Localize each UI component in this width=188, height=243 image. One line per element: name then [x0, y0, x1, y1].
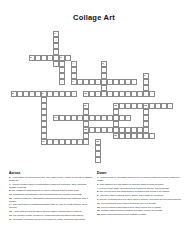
clue-item: 16. The surface quality created by combi…: [9, 214, 93, 217]
grid-cell[interactable]: [77, 139, 83, 145]
across-clues-column: Across 2. Avant-garde art movement of th…: [9, 171, 93, 221]
across-heading: Across: [9, 171, 93, 175]
clue-item-text: Avant-garde art movement of the early 20…: [9, 176, 92, 181]
clue-item: 9. Source of images and text often used …: [97, 198, 184, 201]
grid-cell[interactable]: [59, 79, 65, 85]
clue-item-text: Playful avant-garde movement that embrac…: [100, 187, 170, 189]
clue-number: 17: [42, 140, 44, 142]
clue-item-text: The placement of contrasting images side…: [9, 203, 87, 208]
grid-cell[interactable]: [131, 79, 137, 85]
grid-cell[interactable]: [95, 157, 101, 163]
clue-number: 2: [30, 56, 31, 58]
grid-cell[interactable]: [95, 91, 101, 97]
crossword-grid: 123475689171011151213161418: [0, 0, 188, 170]
clue-item-text: Adhesive used to attach paper, fabric, a…: [100, 194, 163, 196]
clue-number: 9: [42, 92, 43, 94]
across-clue-list: 2. Avant-garde art movement of the early…: [9, 176, 93, 220]
down-clue-list: 1. Artwork made by arranging small piece…: [97, 176, 184, 216]
clue-item: 3. Thin material cut and pasted to form …: [97, 183, 184, 186]
clue-item: 13. Images captured with a camera and of…: [97, 209, 184, 212]
clue-number: 3: [60, 56, 61, 58]
clue-item: 12. Woven material that adds texture whe…: [97, 206, 184, 209]
clue-item-text: Thin material cut and pasted to form the…: [100, 183, 164, 185]
grid-cell[interactable]: [125, 115, 131, 121]
clue-item-text: Combining photographs and print fragment…: [13, 193, 82, 195]
grid-cell[interactable]: [149, 91, 155, 97]
clue-number: 15: [84, 128, 86, 130]
clue-item-text: Artwork created using a combination of d…: [9, 183, 86, 188]
grid-cell[interactable]: [167, 103, 173, 109]
clue-item: 7. Artwork created using a combination o…: [9, 183, 93, 188]
down-clues-column: Down 1. Artwork made by arranging small …: [97, 171, 184, 217]
clue-number: 7: [72, 80, 73, 82]
clue-item: 10. Combining photographs and print frag…: [9, 193, 93, 196]
clue-item-text: Technique of building up layers of paper…: [13, 218, 85, 220]
clue-item: 15. Album with decorated pages used to d…: [9, 210, 93, 213]
down-heading: Down: [97, 171, 184, 175]
clue-item-text: Artwork created by assembling various fo…: [9, 197, 88, 202]
clue-item: 8. The organized arrangement of visual e…: [9, 189, 93, 192]
clue-number: 10: [84, 92, 86, 94]
clue-number: 1: [54, 32, 55, 34]
clue-number: 18: [96, 140, 98, 142]
clue-number: 12: [114, 104, 116, 106]
clue-item-text: Album with decorated pages used to displ…: [13, 210, 82, 212]
clue-number: 8: [12, 92, 13, 94]
grid-cell[interactable]: [71, 91, 77, 97]
grid-cell[interactable]: [95, 79, 101, 85]
clue-item: 14. The placement of contrasting images …: [9, 203, 93, 208]
clue-number: 13: [144, 104, 146, 106]
clue-item: 2. Avant-garde art movement of the early…: [9, 176, 93, 181]
clue-number: 5: [102, 62, 103, 64]
clue-item-text: Sticky strip sometimes used instead of p…: [101, 213, 146, 215]
grid-cell[interactable]: [149, 133, 155, 139]
clue-item-text: Source of images and text often used in …: [100, 198, 181, 200]
clue-number: 14: [54, 116, 56, 118]
grid-cell[interactable]: [47, 55, 53, 61]
clue-item-text: Woven material that adds texture when gl…: [101, 206, 161, 208]
grid-cell[interactable]: [137, 133, 143, 139]
clue-item-text: The organized arrangement of visual elem…: [12, 189, 79, 191]
clue-number: 6: [144, 74, 145, 76]
clue-item-text: Pieces snipped from printed pages for us…: [101, 202, 156, 204]
clue-item-text: Images captured with a camera and often …: [101, 209, 162, 211]
grid-cell[interactable]: [137, 91, 143, 97]
clue-item-text: The surface quality created by combining…: [13, 214, 83, 216]
grid-cell[interactable]: [83, 139, 89, 145]
grid-cell[interactable]: [77, 115, 83, 121]
clue-item: 4. Playful avant-garde movement that emb…: [97, 187, 184, 190]
clue-item: 17. Technique of building up layers of p…: [9, 218, 93, 221]
crossword-worksheet: Collage Art 123475689171011151213161418 …: [0, 0, 188, 243]
clue-item: 12. Artwork created by assembling variou…: [9, 197, 93, 202]
clue-item: 1. Artwork made by arranging small piece…: [97, 176, 184, 181]
grid-cell[interactable]: [107, 127, 113, 133]
clue-number: 11: [84, 104, 86, 106]
clue-item-text: Artwork made by arranging small pieces o…: [97, 176, 180, 181]
clue-item: 11. Pieces snipped from printed pages fo…: [97, 202, 184, 205]
clue-item: 5. The overall plan and arrangement of s…: [97, 190, 184, 193]
grid-cell[interactable]: [107, 115, 113, 121]
clue-item: 6. Adhesive used to attach paper, fabric…: [97, 194, 184, 197]
clue-number: 16: [114, 134, 116, 136]
clue-item-text: The overall plan and arrangement of shap…: [100, 190, 170, 192]
clue-number: 4: [72, 62, 73, 64]
clue-item: 18. Sticky strip sometimes used instead …: [97, 213, 184, 216]
